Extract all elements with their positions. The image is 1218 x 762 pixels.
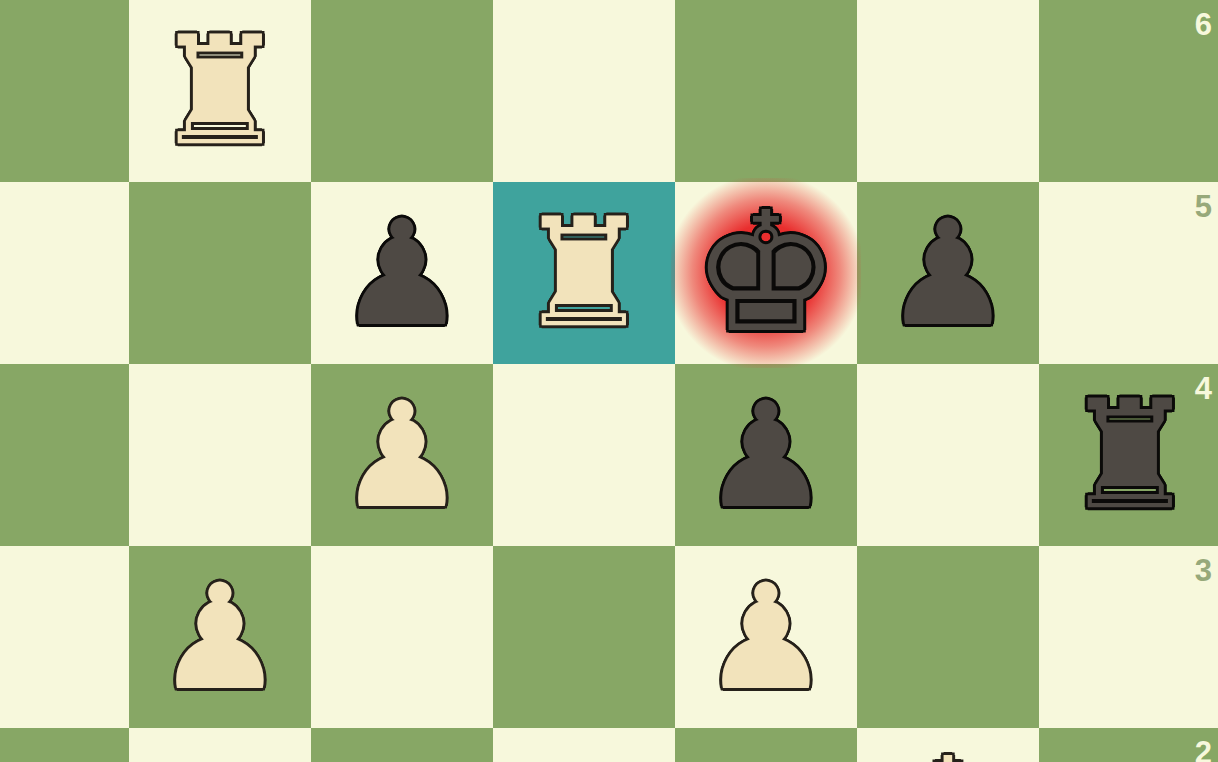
rank-label-4: 4 <box>1195 371 1212 407</box>
black-pawn-g5[interactable]: ♟ <box>883 200 1014 346</box>
square-f4[interactable]: ♟ <box>675 364 857 546</box>
rank-label-5: 5 <box>1195 189 1212 225</box>
square-g6[interactable] <box>857 0 1039 182</box>
rank-label-6: 6 <box>1195 7 1212 43</box>
square-g2[interactable]: ♚ <box>857 728 1039 762</box>
square-h2[interactable]: 2 <box>1039 728 1218 762</box>
square-g5[interactable]: ♟ <box>857 182 1039 364</box>
square-f2[interactable] <box>675 728 857 762</box>
white-pawn-f3[interactable]: ♟ <box>701 564 832 710</box>
black-rook-h4[interactable]: ♜ <box>1063 380 1197 530</box>
square-b5[interactable] <box>0 182 129 364</box>
square-g3[interactable] <box>857 546 1039 728</box>
chess-board-screen: ♜6♟♜♚♟5♟♟♜4♟♟3♚2 <box>0 0 1218 762</box>
square-d2[interactable] <box>311 728 493 762</box>
square-d5[interactable]: ♟ <box>311 182 493 364</box>
square-e4[interactable] <box>493 364 675 546</box>
square-g4[interactable] <box>857 364 1039 546</box>
square-f3[interactable]: ♟ <box>675 546 857 728</box>
white-rook-c6[interactable]: ♜ <box>153 16 287 166</box>
square-e3[interactable] <box>493 546 675 728</box>
square-c5[interactable] <box>129 182 311 364</box>
square-e6[interactable] <box>493 0 675 182</box>
square-d6[interactable] <box>311 0 493 182</box>
square-e2[interactable] <box>493 728 675 762</box>
chess-board: ♜6♟♜♚♟5♟♟♜4♟♟3♚2 <box>0 0 1218 762</box>
black-king-f5[interactable]: ♚ <box>692 190 841 356</box>
square-b4[interactable] <box>0 364 129 546</box>
white-king-g2[interactable]: ♚ <box>874 736 1023 762</box>
square-b6[interactable] <box>0 0 129 182</box>
square-e5[interactable]: ♜ <box>493 182 675 364</box>
square-c4[interactable] <box>129 364 311 546</box>
white-pawn-d4[interactable]: ♟ <box>337 382 468 528</box>
square-h5[interactable]: 5 <box>1039 182 1218 364</box>
black-pawn-d5[interactable]: ♟ <box>337 200 468 346</box>
square-d3[interactable] <box>311 546 493 728</box>
square-h3[interactable]: 3 <box>1039 546 1218 728</box>
square-d4[interactable]: ♟ <box>311 364 493 546</box>
square-c2[interactable] <box>129 728 311 762</box>
black-pawn-f4[interactable]: ♟ <box>701 382 832 528</box>
white-rook-e5[interactable]: ♜ <box>517 198 651 348</box>
square-f5[interactable]: ♚ <box>675 182 857 364</box>
square-h4[interactable]: ♜4 <box>1039 364 1218 546</box>
square-f6[interactable] <box>675 0 857 182</box>
white-pawn-c3[interactable]: ♟ <box>155 564 286 710</box>
square-h6[interactable]: 6 <box>1039 0 1218 182</box>
rank-label-3: 3 <box>1195 553 1212 589</box>
square-b3[interactable] <box>0 546 129 728</box>
square-c6[interactable]: ♜ <box>129 0 311 182</box>
square-b2[interactable] <box>0 728 129 762</box>
rank-label-2: 2 <box>1195 735 1212 762</box>
square-c3[interactable]: ♟ <box>129 546 311 728</box>
